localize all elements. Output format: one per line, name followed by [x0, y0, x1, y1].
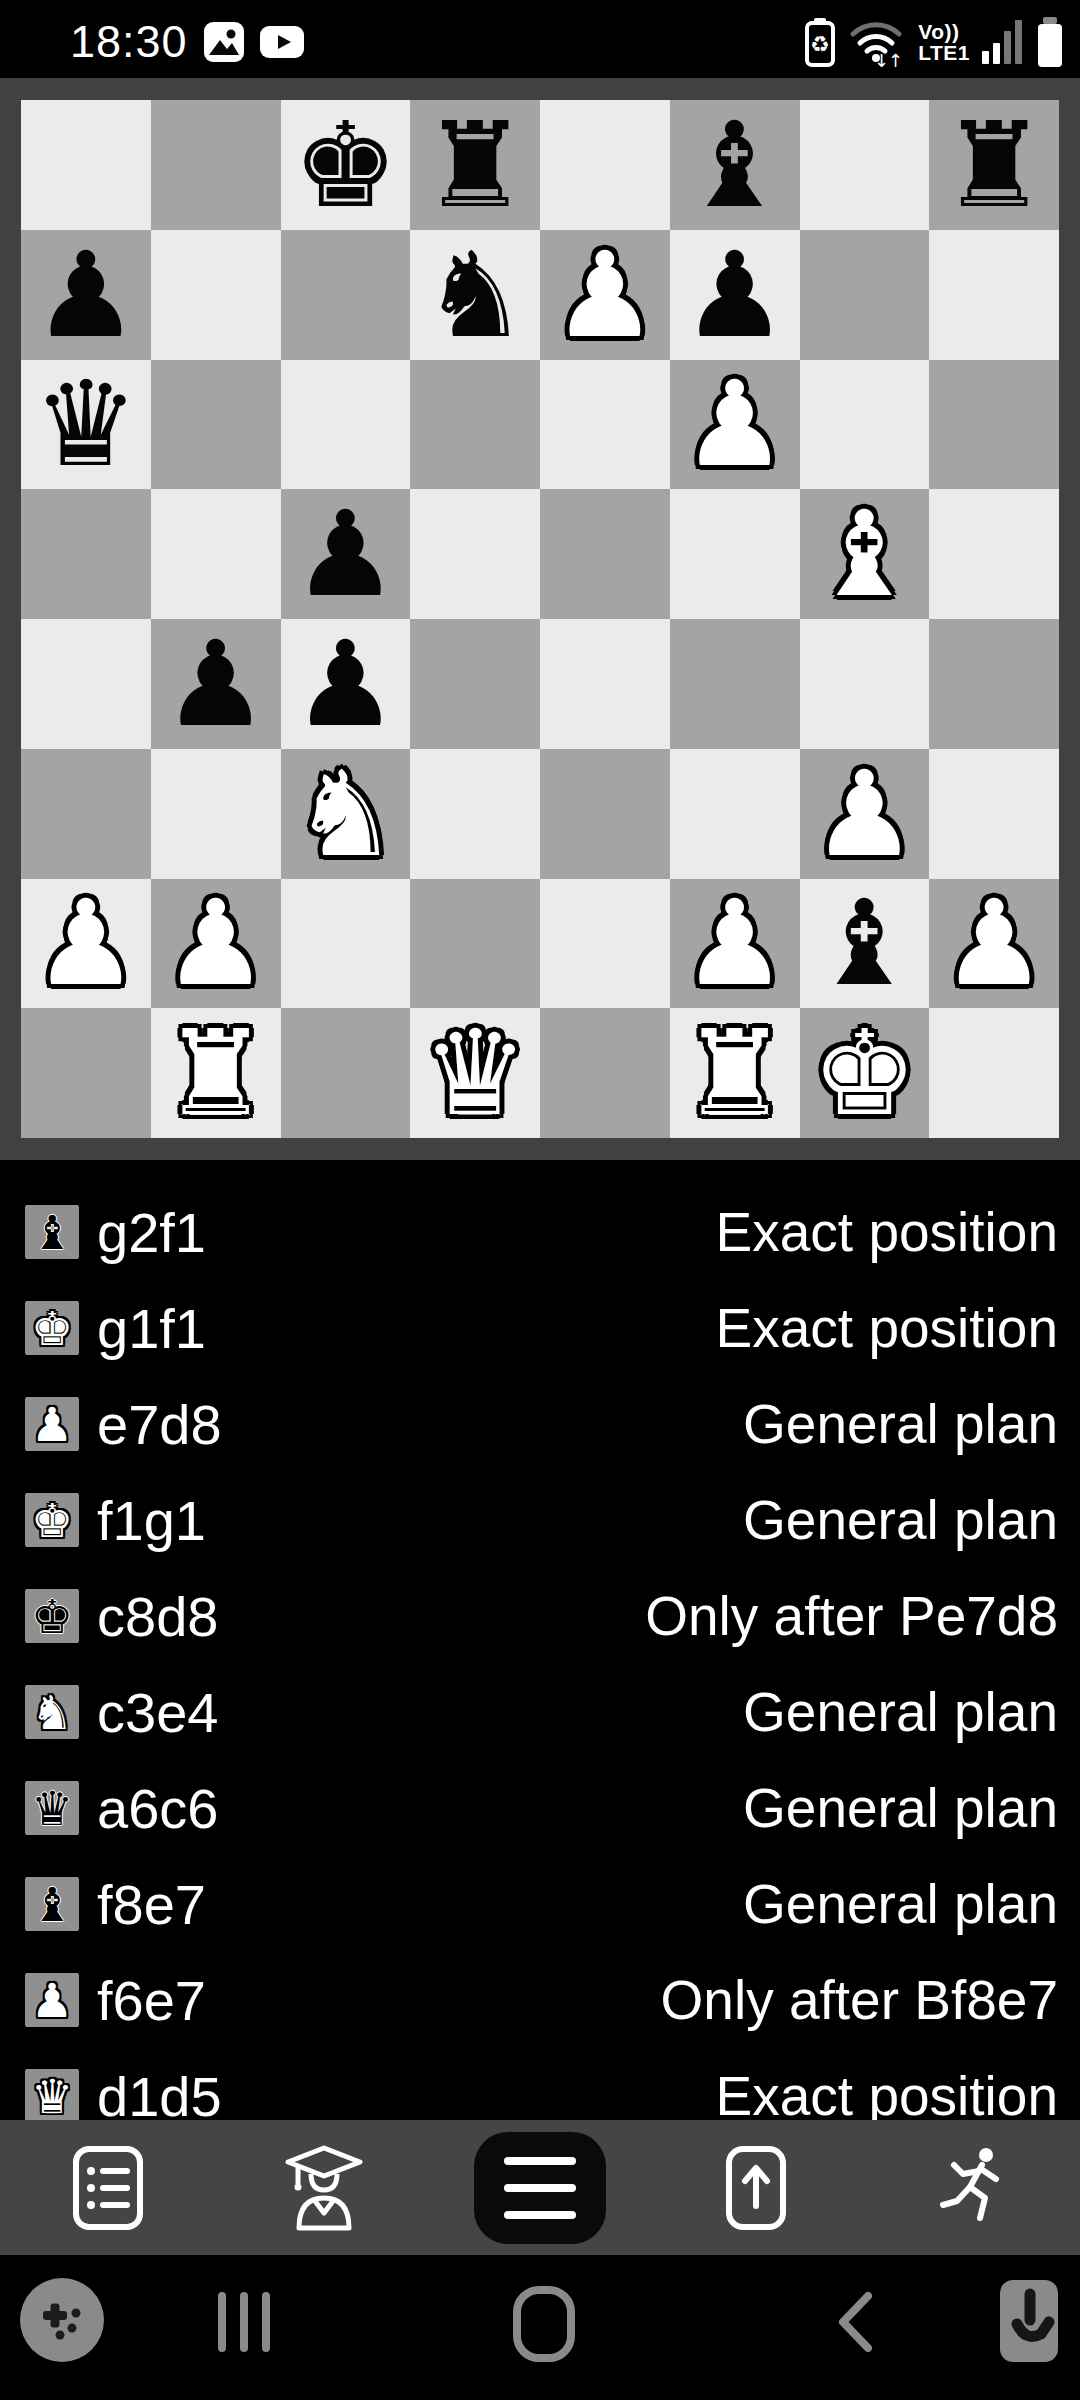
- piece-icon: ♝: [25, 1877, 79, 1931]
- move-text: g2f1: [97, 1200, 206, 1265]
- square-d5[interactable]: [410, 489, 540, 619]
- gamepad-icon: [39, 2297, 85, 2343]
- square-b7[interactable]: [151, 230, 281, 360]
- move-annotation: Only after Bf8e7: [661, 1968, 1058, 2032]
- svg-text:↓: ↓: [874, 50, 889, 67]
- move-row[interactable]: ♝ g2f1 Exact position: [0, 1184, 1080, 1280]
- square-c1[interactable]: [281, 1008, 411, 1138]
- move-row[interactable]: ♚ c8d8 Only after Pe7d8: [0, 1568, 1080, 1664]
- square-h3[interactable]: [929, 749, 1059, 879]
- square-b2[interactable]: ♟: [151, 879, 281, 1009]
- square-a3[interactable]: [21, 749, 151, 879]
- piece-white-P-f2: ♟: [682, 884, 788, 1002]
- game-launcher-button[interactable]: [20, 2278, 104, 2362]
- piece-black-Q-a6: ♛: [33, 365, 139, 483]
- piece-white-N-c3: ♞: [292, 755, 398, 873]
- square-e6[interactable]: [540, 360, 670, 490]
- square-f8[interactable]: ♝: [670, 100, 800, 230]
- piece-black-P-c5: ♟: [292, 495, 398, 613]
- move-annotation: General plan: [743, 1392, 1058, 1456]
- move-text: e7d8: [97, 1392, 222, 1457]
- square-d6[interactable]: [410, 360, 540, 490]
- piece-black-P-c4: ♟: [292, 625, 398, 743]
- square-g6[interactable]: [800, 360, 930, 490]
- square-a4[interactable]: [21, 619, 151, 749]
- svg-text:♻: ♻: [810, 32, 830, 57]
- square-h7[interactable]: [929, 230, 1059, 360]
- move-row[interactable]: ♛ a6c6 General plan: [0, 1760, 1080, 1856]
- move-text: c3e4: [97, 1680, 218, 1745]
- piece-white-Q-d1: ♛: [422, 1014, 528, 1132]
- square-e3[interactable]: [540, 749, 670, 879]
- youtube-icon: [260, 26, 304, 58]
- status-bar: 18:30 ♻ ↓ ↑ Vo)) LTE1: [0, 0, 1080, 78]
- piece-white-P-h2: ♟: [941, 884, 1047, 1002]
- move-row[interactable]: ♛ d1d5 Exact position: [0, 2048, 1080, 2120]
- square-a1[interactable]: [21, 1008, 151, 1138]
- move-text: f8e7: [97, 1872, 206, 1937]
- board-frame: ♚♜♝♜♟♞♟♟♛♟♟♝♟♟♞♟♟♟♟♝♟♜♛♜♚: [0, 78, 1080, 1160]
- square-c5[interactable]: ♟: [281, 489, 411, 619]
- carrier-label: Vo)) LTE1: [918, 21, 970, 63]
- piece-icon: ♟: [25, 1397, 79, 1451]
- piece-icon: ♚: [25, 1301, 79, 1355]
- move-text: d1d5: [97, 2064, 222, 2121]
- square-h1[interactable]: [929, 1008, 1059, 1138]
- graduate-icon: [282, 2144, 366, 2232]
- square-g2[interactable]: ♝: [800, 879, 930, 1009]
- piece-icon: ♚: [25, 1493, 79, 1547]
- square-g5[interactable]: ♝: [800, 489, 930, 619]
- square-a7[interactable]: ♟: [21, 230, 151, 360]
- toolbar-practice-button[interactable]: [864, 2120, 1080, 2255]
- move-annotation: General plan: [743, 1680, 1058, 1744]
- square-h6[interactable]: [929, 360, 1059, 490]
- toolbar-trainer-button[interactable]: [216, 2120, 432, 2255]
- piece-white-P-b2: ♟: [163, 884, 269, 1002]
- move-row[interactable]: ♝ f8e7 General plan: [0, 1856, 1080, 1952]
- piece-icon: ♛: [25, 2069, 79, 2120]
- back-button[interactable]: [836, 2291, 874, 2353]
- battery-icon: [1036, 16, 1064, 68]
- piece-icon: ♛: [25, 1781, 79, 1835]
- piece-black-B-g2: ♝: [811, 884, 917, 1002]
- square-c3[interactable]: ♞: [281, 749, 411, 879]
- piece-black-P-a7: ♟: [33, 236, 139, 354]
- wifi-arrows-icon: ↓ ↑: [848, 17, 906, 67]
- volte-text: Vo)): [918, 21, 959, 42]
- piece-black-B-f8: ♝: [682, 106, 788, 224]
- square-c2[interactable]: [281, 879, 411, 1009]
- network-text: LTE1: [918, 42, 970, 63]
- move-annotation: General plan: [743, 1488, 1058, 1552]
- piece-icon: ♞: [25, 1685, 79, 1739]
- move-row[interactable]: ♞ c3e4 General plan: [0, 1664, 1080, 1760]
- square-h8[interactable]: ♜: [929, 100, 1059, 230]
- piece-black-N-d7: ♞: [422, 236, 528, 354]
- touch-assist-button[interactable]: [1000, 2280, 1058, 2362]
- square-e8[interactable]: [540, 100, 670, 230]
- piece-black-P-b4: ♟: [163, 625, 269, 743]
- square-f2[interactable]: ♟: [670, 879, 800, 1009]
- square-g1[interactable]: ♚: [800, 1008, 930, 1138]
- square-f3[interactable]: [670, 749, 800, 879]
- move-row[interactable]: ♚ g1f1 Exact position: [0, 1280, 1080, 1376]
- square-d2[interactable]: [410, 879, 540, 1009]
- battery-saver-icon: ♻: [804, 17, 836, 67]
- piece-icon: ♝: [25, 1205, 79, 1259]
- android-nav-bar: [0, 2255, 1080, 2400]
- piece-icon: ♟: [25, 1973, 79, 2027]
- recents-icon: [218, 2292, 270, 2352]
- toolbar-move-list-button[interactable]: [0, 2120, 216, 2255]
- move-text: a6c6: [97, 1776, 218, 1841]
- piece-black-K-c8: ♚: [292, 106, 398, 224]
- move-row[interactable]: ♟ f6e7 Only after Bf8e7: [0, 1952, 1080, 2048]
- square-f5[interactable]: [670, 489, 800, 619]
- square-g3[interactable]: ♟: [800, 749, 930, 879]
- square-f7[interactable]: ♟: [670, 230, 800, 360]
- piece-black-P-f7: ♟: [682, 236, 788, 354]
- move-annotation: Exact position: [716, 1296, 1058, 1360]
- signal-bars-icon: [982, 19, 1024, 65]
- piece-black-R-h8: ♜: [941, 106, 1047, 224]
- recents-button[interactable]: [218, 2292, 270, 2352]
- square-e1[interactable]: [540, 1008, 670, 1138]
- svg-text:↑: ↑: [888, 50, 903, 67]
- square-b3[interactable]: [151, 749, 281, 879]
- move-text: c8d8: [97, 1584, 218, 1649]
- list-box-icon: [70, 2144, 146, 2232]
- piece-white-P-a2: ♟: [33, 884, 139, 1002]
- move-text: g1f1: [97, 1296, 206, 1361]
- square-d7[interactable]: ♞: [410, 230, 540, 360]
- square-c6[interactable]: [281, 360, 411, 490]
- move-text: f6e7: [97, 1968, 206, 2033]
- home-icon: [512, 2285, 576, 2363]
- touch-assist-icon: [1000, 2280, 1058, 2362]
- piece-white-B-g5: ♝: [811, 495, 917, 613]
- piece-white-P-e7: ♟: [552, 236, 658, 354]
- square-f4[interactable]: [670, 619, 800, 749]
- piece-icon: ♚: [25, 1589, 79, 1643]
- square-a8[interactable]: [21, 100, 151, 230]
- square-d1[interactable]: ♛: [410, 1008, 540, 1138]
- move-list[interactable]: ♝ g2f1 Exact position ♚ g1f1 Exact posit…: [0, 1160, 1080, 2120]
- square-f6[interactable]: ♟: [670, 360, 800, 490]
- piece-white-K-g1: ♚: [811, 1014, 917, 1132]
- move-annotation: Only after Pe7d8: [645, 1584, 1058, 1648]
- square-g8[interactable]: [800, 100, 930, 230]
- move-row[interactable]: ♟ e7d8 General plan: [0, 1376, 1080, 1472]
- square-b6[interactable]: [151, 360, 281, 490]
- piece-white-R-f1: ♜: [682, 1014, 788, 1132]
- move-row[interactable]: ♚ f1g1 General plan: [0, 1472, 1080, 1568]
- square-c4[interactable]: ♟: [281, 619, 411, 749]
- square-e2[interactable]: [540, 879, 670, 1009]
- bottom-toolbar: [0, 2120, 1080, 2255]
- square-a6[interactable]: ♛: [21, 360, 151, 490]
- toolbar-menu-button[interactable]: [432, 2120, 648, 2255]
- runner-icon: [933, 2144, 1011, 2232]
- home-button[interactable]: [512, 2285, 576, 2363]
- toolbar-export-button[interactable]: [648, 2120, 864, 2255]
- square-d3[interactable]: [410, 749, 540, 879]
- piece-white-R-b1: ♜: [163, 1014, 269, 1132]
- square-a2[interactable]: ♟: [21, 879, 151, 1009]
- back-icon: [836, 2291, 874, 2353]
- hamburger-icon: [501, 2155, 579, 2221]
- square-g4[interactable]: [800, 619, 930, 749]
- square-e7[interactable]: ♟: [540, 230, 670, 360]
- square-e5[interactable]: [540, 489, 670, 619]
- gallery-icon: [204, 22, 244, 62]
- move-annotation: General plan: [743, 1872, 1058, 1936]
- piece-white-P-f6: ♟: [682, 365, 788, 483]
- square-h4[interactable]: [929, 619, 1059, 749]
- clock: 18:30: [70, 16, 188, 68]
- square-b4[interactable]: ♟: [151, 619, 281, 749]
- square-d4[interactable]: [410, 619, 540, 749]
- square-d8[interactable]: ♜: [410, 100, 540, 230]
- square-c8[interactable]: ♚: [281, 100, 411, 230]
- square-g7[interactable]: [800, 230, 930, 360]
- square-f1[interactable]: ♜: [670, 1008, 800, 1138]
- square-h2[interactable]: ♟: [929, 879, 1059, 1009]
- square-b8[interactable]: [151, 100, 281, 230]
- piece-white-P-g3: ♟: [811, 755, 917, 873]
- move-annotation: Exact position: [716, 2064, 1058, 2120]
- square-h5[interactable]: [929, 489, 1059, 619]
- square-b5[interactable]: [151, 489, 281, 619]
- piece-black-R-d8: ♜: [422, 106, 528, 224]
- upload-icon: [724, 2144, 788, 2232]
- move-annotation: Exact position: [716, 1200, 1058, 1264]
- chess-board[interactable]: ♚♜♝♜♟♞♟♟♛♟♟♝♟♟♞♟♟♟♟♝♟♜♛♜♚: [21, 100, 1059, 1138]
- square-e4[interactable]: [540, 619, 670, 749]
- square-b1[interactable]: ♜: [151, 1008, 281, 1138]
- move-annotation: General plan: [743, 1776, 1058, 1840]
- square-a5[interactable]: [21, 489, 151, 619]
- move-text: f1g1: [97, 1488, 206, 1553]
- square-c7[interactable]: [281, 230, 411, 360]
